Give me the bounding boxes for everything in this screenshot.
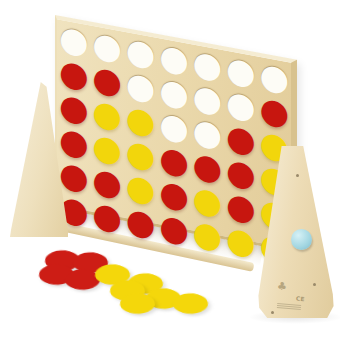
yellow-loose-disc: ●	[168, 287, 213, 316]
loose-discs: ●●●●●●●●●●	[0, 0, 340, 340]
connect-four-product-photo: ●●●●●●●●●●●●●●●●●●●●●●●●●●●●●●●●●●●●●●●●…	[0, 0, 340, 340]
yellow-loose-disc: ●	[115, 287, 160, 316]
